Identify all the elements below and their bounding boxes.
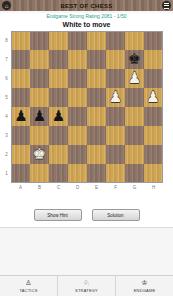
board-square-g2[interactable] (125, 145, 144, 164)
board-square-c1[interactable] (49, 164, 68, 183)
board-square-e6[interactable] (87, 69, 106, 88)
board-square-g1[interactable] (125, 164, 144, 183)
rank-label: 7 (2, 50, 11, 69)
board-square-d5[interactable] (68, 88, 87, 107)
puzzle-card: Endgame Strong Rating 2081 - 1/50 White … (0, 13, 173, 228)
file-label: E (87, 183, 106, 191)
board-square-a7[interactable] (11, 50, 30, 69)
rank-label: 5 (2, 88, 11, 107)
board-square-a5[interactable] (11, 88, 30, 107)
file-label: H (144, 183, 163, 191)
rank-label: 6 (2, 69, 11, 88)
home-icon: ⌂ (5, 3, 9, 9)
white-pawn[interactable]: ♟ (128, 69, 141, 88)
status-text: White to move (0, 21, 173, 28)
board-square-c5[interactable] (49, 88, 68, 107)
black-pawn[interactable]: ♟ (33, 107, 46, 126)
board-square-e8[interactable] (87, 31, 106, 50)
menu-icon (164, 3, 169, 9)
tab-endgame-label: ENDGAME (134, 288, 156, 293)
board-square-f2[interactable] (106, 145, 125, 164)
board-corner (2, 183, 11, 191)
board-square-g3[interactable] (125, 126, 144, 145)
tab-strategy-label: STRATEGY (75, 288, 98, 293)
bottom-nav: ♙ TACTICS ♘ STRATEGY ♔ ENDGAME (0, 275, 173, 296)
puzzle-subtitle: Endgame Strong Rating 2081 - 1/50 (0, 13, 173, 19)
chess-board: 87♚6♟5♟♟4♟♟♟32♚1ABCDEFGH (2, 31, 173, 202)
board-square-b4[interactable]: ♟ (30, 107, 49, 126)
board-square-a4[interactable]: ♟ (11, 107, 30, 126)
board-square-f1[interactable] (106, 164, 125, 183)
board-square-g6[interactable]: ♟ (125, 69, 144, 88)
board-square-d6[interactable] (68, 69, 87, 88)
rank-label: 8 (2, 31, 11, 50)
black-king[interactable]: ♚ (128, 50, 141, 69)
board-square-g8[interactable] (125, 31, 144, 50)
board-square-a3[interactable] (11, 126, 30, 145)
rank-label: 4 (2, 107, 11, 126)
board-square-f8[interactable] (106, 31, 125, 50)
board-square-b3[interactable] (30, 126, 49, 145)
board-square-d7[interactable] (68, 50, 87, 69)
board-square-a6[interactable] (11, 69, 30, 88)
tab-strategy[interactable]: ♘ STRATEGY (58, 276, 116, 296)
file-label: G (125, 183, 144, 191)
board-square-e1[interactable] (87, 164, 106, 183)
board-square-h8[interactable] (144, 31, 163, 50)
board-square-f3[interactable] (106, 126, 125, 145)
board-wrapper: 87♚6♟5♟♟4♟♟♟32♚1ABCDEFGH (0, 31, 173, 202)
black-pawn[interactable]: ♟ (14, 107, 27, 126)
board-square-h3[interactable] (144, 126, 163, 145)
rank-label: 1 (2, 164, 11, 183)
board-square-b8[interactable] (30, 31, 49, 50)
file-label: F (106, 183, 125, 191)
home-button[interactable]: ⌂ (2, 1, 11, 10)
board-square-e2[interactable] (87, 145, 106, 164)
solution-button[interactable]: Solution (92, 209, 140, 221)
board-square-e7[interactable] (87, 50, 106, 69)
rank-label: 3 (2, 126, 11, 145)
tab-endgame[interactable]: ♔ ENDGAME (116, 276, 173, 296)
board-square-g7[interactable]: ♚ (125, 50, 144, 69)
board-square-b5[interactable] (30, 88, 49, 107)
board-square-b6[interactable] (30, 69, 49, 88)
board-square-f6[interactable] (106, 69, 125, 88)
board-square-a1[interactable] (11, 164, 30, 183)
board-square-f4[interactable] (106, 107, 125, 126)
board-square-c3[interactable] (49, 126, 68, 145)
menu-button[interactable] (162, 1, 171, 10)
board-square-g4[interactable] (125, 107, 144, 126)
board-square-h7[interactable] (144, 50, 163, 69)
rank-label: 2 (2, 145, 11, 164)
action-buttons: Show Hint Solution (0, 209, 173, 221)
white-pawn[interactable]: ♟ (109, 88, 122, 107)
board-square-c2[interactable] (49, 145, 68, 164)
board-square-h5[interactable]: ♟ (144, 88, 163, 107)
board-square-h1[interactable] (144, 164, 163, 183)
board-square-f7[interactable] (106, 50, 125, 69)
board-square-b7[interactable] (30, 50, 49, 69)
board-square-d3[interactable] (68, 126, 87, 145)
board-square-e5[interactable] (87, 88, 106, 107)
board-square-h2[interactable] (144, 145, 163, 164)
file-label: C (49, 183, 68, 191)
board-square-c8[interactable] (49, 31, 68, 50)
knight-icon: ♘ (83, 280, 89, 287)
board-square-h4[interactable] (144, 107, 163, 126)
board-square-c6[interactable] (49, 69, 68, 88)
board-square-c4[interactable]: ♟ (49, 107, 68, 126)
board-square-d1[interactable] (68, 164, 87, 183)
board-square-b1[interactable] (30, 164, 49, 183)
board-square-b2[interactable]: ♚ (30, 145, 49, 164)
board-square-d2[interactable] (68, 145, 87, 164)
board-square-a2[interactable] (11, 145, 30, 164)
tab-tactics-label: TACTICS (19, 288, 37, 293)
board-square-e3[interactable] (87, 126, 106, 145)
pawn-icon: ♙ (25, 280, 31, 287)
app-header: ⌂ BEST OF CHESS (0, 0, 173, 11)
board-square-d4[interactable] (68, 107, 87, 126)
board-square-a8[interactable] (11, 31, 30, 50)
file-label: D (68, 183, 87, 191)
show-hint-button[interactable]: Show Hint (34, 209, 82, 221)
board-square-c7[interactable] (49, 50, 68, 69)
app-screen: ⌂ BEST OF CHESS Endgame Strong Rating 20… (0, 0, 173, 296)
board-square-g5[interactable] (125, 88, 144, 107)
black-pawn[interactable]: ♟ (52, 107, 65, 126)
file-label: B (30, 183, 49, 191)
white-king[interactable]: ♚ (33, 145, 46, 164)
board-square-d8[interactable] (68, 31, 87, 50)
file-label: A (11, 183, 30, 191)
board-square-f5[interactable]: ♟ (106, 88, 125, 107)
board-square-h6[interactable] (144, 69, 163, 88)
white-pawn[interactable]: ♟ (146, 88, 159, 107)
board-square-e4[interactable] (87, 107, 106, 126)
tab-tactics[interactable]: ♙ TACTICS (0, 276, 58, 296)
king-icon: ♔ (141, 280, 147, 287)
app-title: BEST OF CHESS (60, 3, 112, 9)
